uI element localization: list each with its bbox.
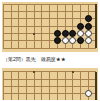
board-intersection <box>69 30 77 37</box>
board-intersection <box>69 45 77 52</box>
board-intersection <box>84 83 92 90</box>
board-intersection <box>69 15 77 22</box>
board-intersection <box>92 76 98 83</box>
board-intersection <box>61 68 69 75</box>
board-intersection <box>61 30 69 37</box>
board-intersection <box>46 90 54 97</box>
board-intersection <box>23 76 31 83</box>
board-intersection <box>69 68 77 75</box>
board-intersection <box>92 30 98 37</box>
board-intersection <box>69 23 77 30</box>
board-intersection <box>23 68 31 75</box>
tsumego-page: （第2問）黒先 難易度★★ <box>0 0 100 100</box>
board-intersection <box>38 98 46 100</box>
board-intersection <box>69 90 77 97</box>
board-intersection <box>84 23 92 30</box>
board-intersection <box>61 90 69 97</box>
board-intersection <box>53 37 61 44</box>
problem-caption: （第2問）黒先 難易度★★ <box>3 56 97 63</box>
star-point <box>33 33 35 35</box>
board-intersection <box>23 23 31 30</box>
board-intersection <box>69 98 77 100</box>
board-intersection <box>92 83 98 90</box>
board-intersection <box>92 45 98 52</box>
board-intersection <box>77 30 85 37</box>
board-intersection <box>69 76 77 83</box>
board-intersection <box>46 30 54 37</box>
board-intersection <box>77 45 85 52</box>
board-intersection <box>38 68 46 75</box>
board-intersection <box>15 8 23 15</box>
board-intersection <box>46 83 54 90</box>
board-intersection <box>77 37 85 44</box>
board-intersection <box>30 68 38 75</box>
board-intersection <box>38 15 46 22</box>
board-intersection <box>30 90 38 97</box>
black-stone <box>85 15 92 22</box>
white-stone <box>69 37 76 44</box>
board-intersection <box>77 8 85 15</box>
board-intersection <box>30 98 38 100</box>
board-intersection <box>38 8 46 15</box>
bottom-board-diagram <box>2 68 98 101</box>
board-intersection <box>61 76 69 83</box>
board-intersection <box>92 15 98 22</box>
board-intersection <box>46 8 54 15</box>
black-stone <box>62 30 69 37</box>
board-intersection <box>15 68 23 75</box>
board-intersection <box>69 83 77 90</box>
board-intersection <box>61 15 69 22</box>
black-stone <box>54 30 61 37</box>
board-intersection <box>7 15 15 22</box>
board-intersection <box>38 83 46 90</box>
board-intersection <box>84 8 92 15</box>
board-intersection <box>92 23 98 30</box>
board-intersection <box>46 76 54 83</box>
board-intersection <box>23 15 31 22</box>
board-intersection <box>46 68 54 75</box>
board-intersection <box>46 23 54 30</box>
board-intersection <box>53 23 61 30</box>
board-intersection <box>84 76 92 83</box>
board-intersection <box>84 30 92 37</box>
board-intersection <box>84 45 92 52</box>
board-intersection <box>30 45 38 52</box>
board-intersection <box>7 23 15 30</box>
board-intersection <box>15 98 23 100</box>
go-grid <box>2 2 98 52</box>
white-stone <box>77 30 84 37</box>
board-intersection <box>53 45 61 52</box>
board-intersection <box>30 23 38 30</box>
board-intersection <box>77 76 85 83</box>
board-intersection <box>92 68 98 75</box>
board-intersection <box>30 8 38 15</box>
board-intersection <box>38 45 46 52</box>
black-stone <box>85 23 92 30</box>
board-intersection <box>30 83 38 90</box>
board-intersection <box>46 98 54 100</box>
board-intersection <box>61 45 69 52</box>
board-intersection <box>77 23 85 30</box>
board-intersection <box>92 37 98 44</box>
board-intersection <box>61 23 69 30</box>
board-intersection <box>77 68 85 75</box>
board-intersection <box>15 15 23 22</box>
board-intersection <box>53 90 61 97</box>
board-intersection <box>61 83 69 90</box>
board-intersection <box>84 37 92 44</box>
board-intersection <box>7 30 15 37</box>
board-intersection <box>15 45 23 52</box>
board-intersection <box>61 37 69 44</box>
board-intersection <box>46 37 54 44</box>
board-intersection <box>53 83 61 90</box>
board-intersection <box>69 37 77 44</box>
board-intersection <box>53 68 61 75</box>
board-intersection <box>15 76 23 83</box>
board-intersection <box>15 37 23 44</box>
board-intersection <box>38 23 46 30</box>
board-intersection <box>53 15 61 22</box>
board-intersection <box>84 15 92 22</box>
board-intersection <box>92 98 98 100</box>
black-stone <box>69 30 76 37</box>
board-intersection <box>38 76 46 83</box>
board-intersection <box>23 30 31 37</box>
board-intersection <box>77 90 85 97</box>
white-stone <box>85 90 92 97</box>
white-stone <box>85 37 92 44</box>
star-point <box>72 71 74 73</box>
board-intersection <box>84 90 92 97</box>
board-intersection <box>46 15 54 22</box>
board-intersection <box>23 98 31 100</box>
board-intersection <box>77 98 85 100</box>
star-point <box>33 71 35 73</box>
black-stone <box>77 37 84 44</box>
board-intersection <box>38 90 46 97</box>
board-intersection <box>77 83 85 90</box>
board-intersection <box>92 90 98 97</box>
white-stone <box>85 30 92 37</box>
board-intersection <box>7 68 15 75</box>
board-intersection <box>53 8 61 15</box>
board-intersection <box>23 90 31 97</box>
board-intersection <box>7 37 15 44</box>
board-intersection <box>7 90 15 97</box>
black-stone <box>54 37 61 44</box>
board-intersection <box>15 23 23 30</box>
board-intersection <box>53 98 61 100</box>
board-intersection <box>23 37 31 44</box>
board-intersection <box>7 8 15 15</box>
board-intersection <box>7 83 15 90</box>
white-stone <box>62 37 69 44</box>
board-intersection <box>77 15 85 22</box>
board-intersection <box>15 90 23 97</box>
board-intersection <box>61 8 69 15</box>
board-intersection <box>84 68 92 75</box>
board-intersection <box>30 30 38 37</box>
board-intersection <box>53 30 61 37</box>
board-intersection <box>61 98 69 100</box>
board-intersection <box>38 30 46 37</box>
board-intersection <box>69 8 77 15</box>
top-board-diagram <box>2 2 98 52</box>
board-intersection <box>30 15 38 22</box>
black-stone <box>77 23 84 30</box>
board-intersection <box>23 8 31 15</box>
go-grid <box>2 68 98 100</box>
board-intersection <box>7 45 15 52</box>
board-intersection <box>15 30 23 37</box>
board-intersection <box>46 45 54 52</box>
board-intersection <box>7 76 15 83</box>
board-intersection <box>30 76 38 83</box>
board-intersection <box>84 98 92 100</box>
board-intersection <box>7 98 15 100</box>
board-intersection <box>23 83 31 90</box>
board-intersection <box>15 83 23 90</box>
board-intersection <box>53 76 61 83</box>
board-intersection <box>23 45 31 52</box>
board-intersection <box>92 8 98 15</box>
board-intersection <box>30 37 38 44</box>
board-intersection <box>38 37 46 44</box>
